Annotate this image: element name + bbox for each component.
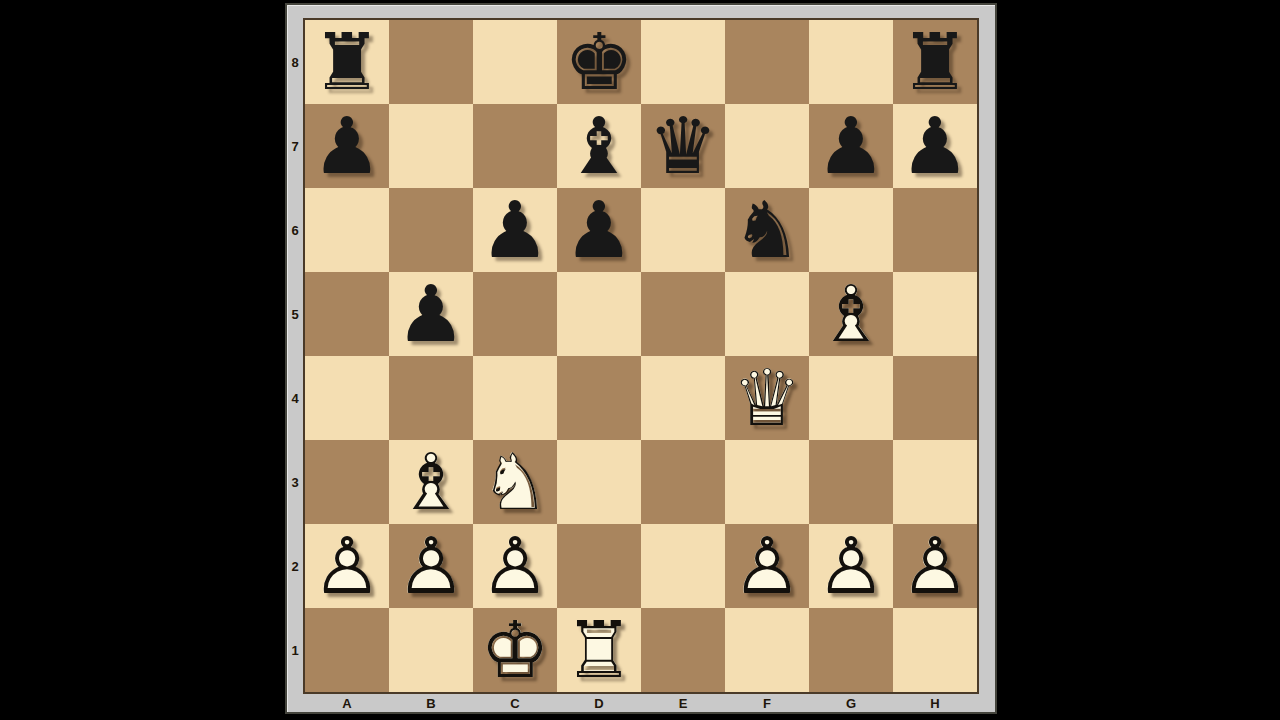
white-piece-outline-layer: ♙ [305, 524, 389, 608]
square-f8 [725, 20, 809, 104]
square-a8: ♜ [305, 20, 389, 104]
square-g4 [809, 356, 893, 440]
black-pawn: ♟ [809, 104, 893, 188]
square-d4 [557, 356, 641, 440]
square-a4 [305, 356, 389, 440]
square-a6 [305, 188, 389, 272]
video-letterbox-stage: 87654321 ♜♚♜♟♝♛♟♟♟♟♞♟♝♗♛♕♝♗♞♘♟♙♟♙♟♙♟♙♟♙♟… [0, 0, 1280, 720]
square-g1 [809, 608, 893, 692]
square-g3 [809, 440, 893, 524]
square-h4 [893, 356, 977, 440]
square-e6 [641, 188, 725, 272]
square-f6: ♞ [725, 188, 809, 272]
white-pawn: ♟♙ [389, 524, 473, 608]
white-piece-outline-layer: ♕ [725, 356, 809, 440]
square-g5: ♝♗ [809, 272, 893, 356]
square-d8: ♚ [557, 20, 641, 104]
square-b7 [389, 104, 473, 188]
square-h5 [893, 272, 977, 356]
square-f1 [725, 608, 809, 692]
file-label-C: C [473, 695, 557, 712]
square-h2: ♟♙ [893, 524, 977, 608]
file-label-D: D [557, 695, 641, 712]
rank-label-8: 8 [287, 20, 303, 104]
rank-label-4: 4 [287, 356, 303, 440]
square-d5 [557, 272, 641, 356]
square-c3: ♞♘ [473, 440, 557, 524]
white-piece-outline-layer: ♙ [473, 524, 557, 608]
square-g2: ♟♙ [809, 524, 893, 608]
black-pawn: ♟ [893, 104, 977, 188]
white-piece-outline-layer: ♖ [557, 608, 641, 692]
black-rook: ♜ [305, 20, 389, 104]
square-a7: ♟ [305, 104, 389, 188]
black-king: ♚ [557, 20, 641, 104]
file-label-E: E [641, 695, 725, 712]
square-f3 [725, 440, 809, 524]
square-c7 [473, 104, 557, 188]
black-pawn: ♟ [473, 188, 557, 272]
square-e4 [641, 356, 725, 440]
square-h3 [893, 440, 977, 524]
square-b8 [389, 20, 473, 104]
square-c6: ♟ [473, 188, 557, 272]
chess-board-frame: 87654321 ♜♚♜♟♝♛♟♟♟♟♞♟♝♗♛♕♝♗♞♘♟♙♟♙♟♙♟♙♟♙♟… [285, 3, 997, 714]
white-bishop: ♝♗ [809, 272, 893, 356]
square-c1: ♚♔ [473, 608, 557, 692]
rank-label-1: 1 [287, 608, 303, 692]
white-knight: ♞♘ [473, 440, 557, 524]
square-c4 [473, 356, 557, 440]
square-f7 [725, 104, 809, 188]
rank-label-7: 7 [287, 104, 303, 188]
white-pawn: ♟♙ [809, 524, 893, 608]
square-e7: ♛ [641, 104, 725, 188]
square-h6 [893, 188, 977, 272]
square-b4 [389, 356, 473, 440]
white-piece-outline-layer: ♙ [725, 524, 809, 608]
square-g8 [809, 20, 893, 104]
square-b1 [389, 608, 473, 692]
square-e1 [641, 608, 725, 692]
black-pawn: ♟ [305, 104, 389, 188]
white-bishop: ♝♗ [389, 440, 473, 524]
square-h1 [893, 608, 977, 692]
square-a1 [305, 608, 389, 692]
black-pawn: ♟ [557, 188, 641, 272]
white-pawn: ♟♙ [725, 524, 809, 608]
square-a2: ♟♙ [305, 524, 389, 608]
square-d1: ♜♖ [557, 608, 641, 692]
black-pawn: ♟ [389, 272, 473, 356]
square-a3 [305, 440, 389, 524]
square-e3 [641, 440, 725, 524]
white-piece-outline-layer: ♘ [473, 440, 557, 524]
file-label-A: A [305, 695, 389, 712]
white-pawn: ♟♙ [473, 524, 557, 608]
black-rook: ♜ [893, 20, 977, 104]
white-pawn: ♟♙ [893, 524, 977, 608]
white-piece-outline-layer: ♙ [809, 524, 893, 608]
square-e8 [641, 20, 725, 104]
square-b2: ♟♙ [389, 524, 473, 608]
white-piece-outline-layer: ♙ [389, 524, 473, 608]
white-rook: ♜♖ [557, 608, 641, 692]
file-label-F: F [725, 695, 809, 712]
rank-label-2: 2 [287, 524, 303, 608]
white-queen: ♛♕ [725, 356, 809, 440]
square-f2: ♟♙ [725, 524, 809, 608]
square-g6 [809, 188, 893, 272]
file-label-G: G [809, 695, 893, 712]
rank-label-6: 6 [287, 188, 303, 272]
rank-label-3: 3 [287, 440, 303, 524]
square-b6 [389, 188, 473, 272]
square-a5 [305, 272, 389, 356]
file-label-H: H [893, 695, 977, 712]
square-b3: ♝♗ [389, 440, 473, 524]
square-b5: ♟ [389, 272, 473, 356]
square-f4: ♛♕ [725, 356, 809, 440]
square-d2 [557, 524, 641, 608]
black-knight: ♞ [725, 188, 809, 272]
white-piece-outline-layer: ♔ [473, 608, 557, 692]
square-d3 [557, 440, 641, 524]
square-h7: ♟ [893, 104, 977, 188]
black-bishop: ♝ [557, 104, 641, 188]
rank-labels: 87654321 [287, 20, 303, 692]
white-king: ♚♔ [473, 608, 557, 692]
square-e2 [641, 524, 725, 608]
white-pawn: ♟♙ [305, 524, 389, 608]
chess-board: ♜♚♜♟♝♛♟♟♟♟♞♟♝♗♛♕♝♗♞♘♟♙♟♙♟♙♟♙♟♙♟♙♚♔♜♖ [303, 18, 979, 694]
square-d6: ♟ [557, 188, 641, 272]
rank-label-5: 5 [287, 272, 303, 356]
square-d7: ♝ [557, 104, 641, 188]
white-piece-outline-layer: ♗ [809, 272, 893, 356]
black-queen: ♛ [641, 104, 725, 188]
square-c2: ♟♙ [473, 524, 557, 608]
square-h8: ♜ [893, 20, 977, 104]
file-label-B: B [389, 695, 473, 712]
white-piece-outline-layer: ♗ [389, 440, 473, 524]
white-piece-outline-layer: ♙ [893, 524, 977, 608]
square-g7: ♟ [809, 104, 893, 188]
square-e5 [641, 272, 725, 356]
square-f5 [725, 272, 809, 356]
file-labels: ABCDEFGH [305, 695, 977, 712]
square-c5 [473, 272, 557, 356]
square-c8 [473, 20, 557, 104]
